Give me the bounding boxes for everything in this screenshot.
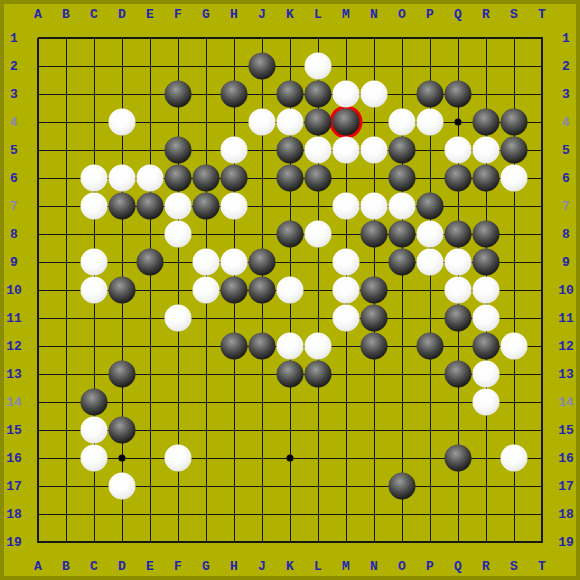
stone-black[interactable] bbox=[473, 249, 500, 276]
stone-white[interactable] bbox=[165, 193, 192, 220]
grid-line-horizontal bbox=[38, 402, 543, 403]
stone-black[interactable] bbox=[305, 165, 332, 192]
stone-white[interactable] bbox=[165, 221, 192, 248]
row-label-left: 8 bbox=[10, 227, 18, 242]
row-label-right: 18 bbox=[558, 507, 574, 522]
stone-white[interactable] bbox=[501, 333, 528, 360]
col-label-top: E bbox=[146, 7, 154, 22]
row-label-left: 10 bbox=[6, 283, 22, 298]
stone-white[interactable] bbox=[277, 109, 304, 136]
row-label-right: 11 bbox=[558, 311, 574, 326]
row-label-right: 16 bbox=[558, 451, 574, 466]
grid-line-horizontal bbox=[38, 541, 543, 543]
stone-white[interactable] bbox=[417, 249, 444, 276]
stone-black[interactable] bbox=[445, 361, 472, 388]
col-label-bottom: T bbox=[538, 559, 546, 574]
stone-black[interactable] bbox=[221, 81, 248, 108]
stone-white[interactable] bbox=[277, 277, 304, 304]
col-label-bottom: R bbox=[482, 559, 490, 574]
stone-black[interactable] bbox=[165, 165, 192, 192]
row-label-right: 15 bbox=[558, 423, 574, 438]
stone-black[interactable] bbox=[137, 193, 164, 220]
star-point bbox=[119, 455, 126, 462]
stone-black[interactable] bbox=[109, 193, 136, 220]
stone-black[interactable] bbox=[501, 109, 528, 136]
col-label-top: O bbox=[398, 7, 406, 22]
stone-black[interactable] bbox=[473, 333, 500, 360]
go-board[interactable]: AABBCCDDEEFFGGHHJJKKLLMMNNOOPPQQRRSSTT11… bbox=[0, 0, 580, 580]
stone-white[interactable] bbox=[221, 249, 248, 276]
row-label-left: 16 bbox=[6, 451, 22, 466]
stone-black[interactable] bbox=[445, 221, 472, 248]
col-label-bottom: Q bbox=[454, 559, 462, 574]
col-label-bottom: S bbox=[510, 559, 518, 574]
row-label-left: 18 bbox=[6, 507, 22, 522]
stone-white[interactable] bbox=[81, 445, 108, 472]
col-label-bottom: K bbox=[286, 559, 294, 574]
stone-black[interactable] bbox=[417, 333, 444, 360]
col-label-bottom: J bbox=[258, 559, 266, 574]
stone-black[interactable] bbox=[389, 221, 416, 248]
stone-black[interactable] bbox=[389, 137, 416, 164]
stone-black[interactable] bbox=[305, 81, 332, 108]
stone-black[interactable] bbox=[417, 81, 444, 108]
row-label-right: 2 bbox=[562, 59, 570, 74]
stone-white[interactable] bbox=[305, 221, 332, 248]
stone-white[interactable] bbox=[277, 333, 304, 360]
stone-black[interactable] bbox=[361, 305, 388, 332]
stone-black[interactable] bbox=[333, 109, 360, 136]
col-label-top: Q bbox=[454, 7, 462, 22]
row-label-right: 7 bbox=[562, 199, 570, 214]
stone-white[interactable] bbox=[417, 221, 444, 248]
stone-black[interactable] bbox=[389, 473, 416, 500]
col-label-top: J bbox=[258, 7, 266, 22]
stone-white[interactable] bbox=[417, 109, 444, 136]
col-label-top: D bbox=[118, 7, 126, 22]
stone-white[interactable] bbox=[165, 305, 192, 332]
row-label-left: 13 bbox=[6, 367, 22, 382]
row-label-left: 19 bbox=[6, 535, 22, 550]
col-label-bottom: B bbox=[62, 559, 70, 574]
stone-white[interactable] bbox=[473, 137, 500, 164]
col-label-bottom: O bbox=[398, 559, 406, 574]
stone-black[interactable] bbox=[277, 361, 304, 388]
stone-white[interactable] bbox=[81, 193, 108, 220]
row-label-right: 4 bbox=[562, 115, 570, 130]
star-point bbox=[287, 455, 294, 462]
stone-black[interactable] bbox=[221, 277, 248, 304]
stone-black[interactable] bbox=[221, 165, 248, 192]
col-label-top: G bbox=[202, 7, 210, 22]
stone-white[interactable] bbox=[473, 389, 500, 416]
row-label-left: 1 bbox=[10, 31, 18, 46]
stone-white[interactable] bbox=[333, 137, 360, 164]
stone-white[interactable] bbox=[389, 193, 416, 220]
stone-white[interactable] bbox=[501, 445, 528, 472]
stone-black[interactable] bbox=[165, 81, 192, 108]
col-label-top: M bbox=[342, 7, 350, 22]
stone-black[interactable] bbox=[193, 165, 220, 192]
stone-white[interactable] bbox=[193, 277, 220, 304]
col-label-bottom: P bbox=[426, 559, 434, 574]
stone-white[interactable] bbox=[333, 81, 360, 108]
stone-white[interactable] bbox=[305, 137, 332, 164]
stone-white[interactable] bbox=[109, 109, 136, 136]
stone-white[interactable] bbox=[81, 417, 108, 444]
row-label-right: 12 bbox=[558, 339, 574, 354]
stone-white[interactable] bbox=[333, 249, 360, 276]
row-label-left: 14 bbox=[6, 395, 22, 410]
col-label-bottom: G bbox=[202, 559, 210, 574]
stone-white[interactable] bbox=[473, 277, 500, 304]
stone-black[interactable] bbox=[193, 193, 220, 220]
stone-black[interactable] bbox=[389, 165, 416, 192]
stone-black[interactable] bbox=[81, 389, 108, 416]
stone-black[interactable] bbox=[501, 137, 528, 164]
stone-white[interactable] bbox=[501, 165, 528, 192]
stone-black[interactable] bbox=[249, 277, 276, 304]
stone-black[interactable] bbox=[249, 53, 276, 80]
stone-black[interactable] bbox=[445, 81, 472, 108]
stone-white[interactable] bbox=[473, 361, 500, 388]
row-label-left: 17 bbox=[6, 479, 22, 494]
row-label-left: 6 bbox=[10, 171, 18, 186]
stone-white[interactable] bbox=[81, 249, 108, 276]
stone-black[interactable] bbox=[249, 249, 276, 276]
col-label-bottom: M bbox=[342, 559, 350, 574]
stone-black[interactable] bbox=[445, 305, 472, 332]
stone-white[interactable] bbox=[361, 137, 388, 164]
row-label-left: 5 bbox=[10, 143, 18, 158]
stone-black[interactable] bbox=[249, 333, 276, 360]
col-label-bottom: C bbox=[90, 559, 98, 574]
stone-black[interactable] bbox=[473, 109, 500, 136]
stone-white[interactable] bbox=[81, 277, 108, 304]
row-label-left: 7 bbox=[10, 199, 18, 214]
stone-black[interactable] bbox=[361, 221, 388, 248]
row-label-left: 15 bbox=[6, 423, 22, 438]
stone-white[interactable] bbox=[109, 473, 136, 500]
row-label-right: 13 bbox=[558, 367, 574, 382]
grid-line-horizontal bbox=[38, 514, 543, 515]
row-label-right: 17 bbox=[558, 479, 574, 494]
stone-black[interactable] bbox=[277, 165, 304, 192]
col-label-top: L bbox=[314, 7, 322, 22]
grid-line-vertical bbox=[541, 38, 543, 543]
stone-white[interactable] bbox=[361, 81, 388, 108]
stone-black[interactable] bbox=[221, 333, 248, 360]
col-label-bottom: N bbox=[370, 559, 378, 574]
col-label-bottom: L bbox=[314, 559, 322, 574]
col-label-top: P bbox=[426, 7, 434, 22]
stone-black[interactable] bbox=[165, 137, 192, 164]
row-label-left: 4 bbox=[10, 115, 18, 130]
row-label-right: 8 bbox=[562, 227, 570, 242]
col-label-top: H bbox=[230, 7, 238, 22]
stone-black[interactable] bbox=[473, 221, 500, 248]
stone-white[interactable] bbox=[193, 249, 220, 276]
stone-black[interactable] bbox=[109, 361, 136, 388]
col-label-top: R bbox=[482, 7, 490, 22]
stone-white[interactable] bbox=[81, 165, 108, 192]
stone-white[interactable] bbox=[137, 165, 164, 192]
stone-white[interactable] bbox=[333, 277, 360, 304]
col-label-bottom: D bbox=[118, 559, 126, 574]
stone-white[interactable] bbox=[333, 305, 360, 332]
stone-black[interactable] bbox=[109, 277, 136, 304]
row-label-left: 2 bbox=[10, 59, 18, 74]
stone-white[interactable] bbox=[445, 137, 472, 164]
row-label-left: 11 bbox=[6, 311, 22, 326]
stone-white[interactable] bbox=[389, 109, 416, 136]
stone-white[interactable] bbox=[445, 277, 472, 304]
stone-white[interactable] bbox=[305, 53, 332, 80]
row-label-left: 9 bbox=[10, 255, 18, 270]
star-point bbox=[455, 119, 462, 126]
col-label-top: T bbox=[538, 7, 546, 22]
col-label-top: N bbox=[370, 7, 378, 22]
col-label-bottom: H bbox=[230, 559, 238, 574]
stone-black[interactable] bbox=[361, 333, 388, 360]
stone-black[interactable] bbox=[305, 361, 332, 388]
stone-white[interactable] bbox=[221, 137, 248, 164]
row-label-right: 1 bbox=[562, 31, 570, 46]
col-label-bottom: F bbox=[174, 559, 182, 574]
stone-white[interactable] bbox=[473, 305, 500, 332]
stone-black[interactable] bbox=[305, 109, 332, 136]
stone-black[interactable] bbox=[445, 445, 472, 472]
stone-black[interactable] bbox=[137, 249, 164, 276]
stone-black[interactable] bbox=[361, 277, 388, 304]
stone-black[interactable] bbox=[277, 221, 304, 248]
col-label-top: C bbox=[90, 7, 98, 22]
row-label-right: 5 bbox=[562, 143, 570, 158]
stone-black[interactable] bbox=[277, 81, 304, 108]
stone-white[interactable] bbox=[445, 249, 472, 276]
stone-black[interactable] bbox=[389, 249, 416, 276]
stone-white[interactable] bbox=[249, 109, 276, 136]
row-label-right: 14 bbox=[558, 395, 574, 410]
stone-black[interactable] bbox=[109, 417, 136, 444]
col-label-bottom: E bbox=[146, 559, 154, 574]
col-label-top: B bbox=[62, 7, 70, 22]
col-label-bottom: A bbox=[34, 559, 42, 574]
row-label-left: 12 bbox=[6, 339, 22, 354]
stone-white[interactable] bbox=[165, 445, 192, 472]
row-label-right: 10 bbox=[558, 283, 574, 298]
stone-black[interactable] bbox=[417, 193, 444, 220]
col-label-top: K bbox=[286, 7, 294, 22]
stone-black[interactable] bbox=[445, 165, 472, 192]
row-label-right: 9 bbox=[562, 255, 570, 270]
stone-white[interactable] bbox=[333, 193, 360, 220]
stone-white[interactable] bbox=[109, 165, 136, 192]
row-label-left: 3 bbox=[10, 87, 18, 102]
stone-black[interactable] bbox=[277, 137, 304, 164]
row-label-right: 19 bbox=[558, 535, 574, 550]
stone-white[interactable] bbox=[221, 193, 248, 220]
row-label-right: 3 bbox=[562, 87, 570, 102]
stone-white[interactable] bbox=[361, 193, 388, 220]
row-label-right: 6 bbox=[562, 171, 570, 186]
stone-black[interactable] bbox=[473, 165, 500, 192]
stone-white[interactable] bbox=[305, 333, 332, 360]
col-label-top: F bbox=[174, 7, 182, 22]
col-label-top: S bbox=[510, 7, 518, 22]
col-label-top: A bbox=[34, 7, 42, 22]
